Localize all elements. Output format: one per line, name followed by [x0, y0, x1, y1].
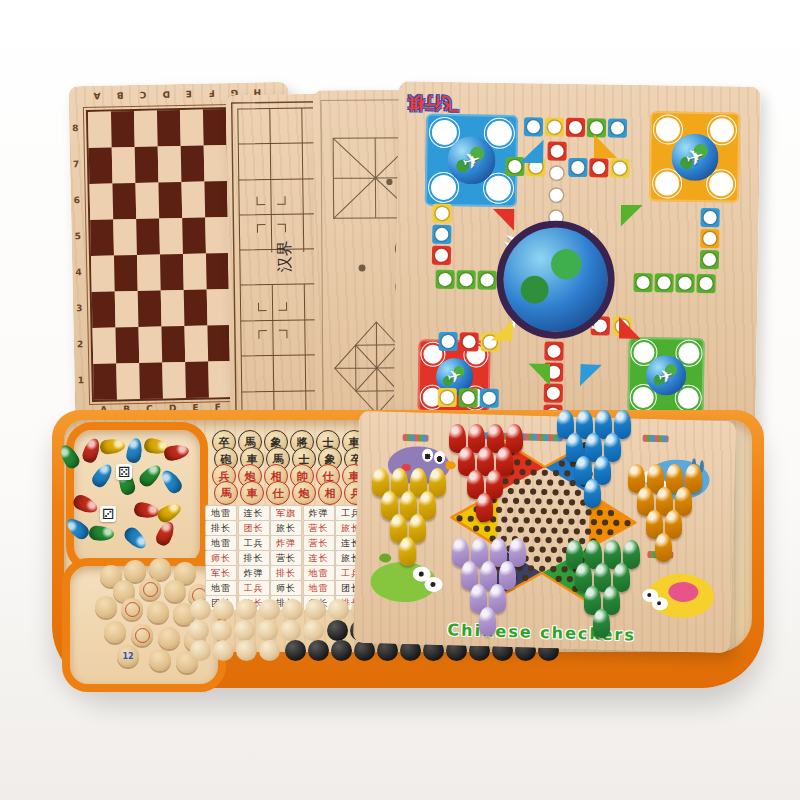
- track-cell: [544, 342, 563, 361]
- board-hole: [524, 517, 530, 523]
- xiangqi-piece[interactable]: 車: [240, 481, 264, 505]
- track-arrow-icon: ↩: [701, 277, 710, 290]
- track-cell: [587, 118, 606, 137]
- board-hole: [552, 489, 558, 495]
- rank-label: 4: [75, 267, 81, 277]
- track-cell: [459, 388, 478, 407]
- track-circle: [483, 392, 496, 405]
- track-cell: [432, 225, 451, 244]
- track-triangle: [620, 205, 642, 227]
- board-hole: [574, 528, 580, 534]
- track-circle: [571, 161, 584, 174]
- army-chess-tile[interactable]: 地雷: [205, 580, 237, 596]
- base-circle: [431, 175, 456, 200]
- board-hole: [524, 498, 530, 504]
- track-triangle: [594, 134, 618, 158]
- peg-orange[interactable]: [655, 533, 672, 562]
- track-circle: [527, 120, 540, 133]
- track-cell: [608, 118, 627, 137]
- stone-tan[interactable]: [213, 640, 234, 661]
- stone-tan[interactable]: [236, 640, 257, 661]
- scene: ABCDEFGH ABCDEFGH 87654321 汉界: [0, 0, 800, 800]
- base-circle: [486, 176, 511, 201]
- track-circle: [463, 335, 476, 348]
- army-chess-tile[interactable]: 营长: [303, 520, 335, 536]
- board-hole: [534, 537, 540, 543]
- wooden-cylinder-piece[interactable]: [124, 560, 146, 582]
- square-a3[interactable]: [92, 291, 116, 327]
- square-e6[interactable]: [181, 182, 205, 218]
- board-hole: [539, 566, 545, 572]
- square-b6[interactable]: [112, 183, 136, 219]
- square-d4[interactable]: [160, 254, 184, 290]
- flying-base-top-left: ✈: [425, 114, 518, 207]
- square-e5[interactable]: [182, 218, 206, 254]
- square-a7[interactable]: [89, 147, 113, 183]
- board-hole: [518, 507, 524, 513]
- square-b4[interactable]: [114, 255, 138, 291]
- track-circle: [704, 211, 717, 224]
- board-hole: [546, 518, 552, 524]
- rank-label: 8: [72, 123, 78, 133]
- file-label: D: [162, 89, 170, 99]
- peg-green[interactable]: [593, 609, 610, 638]
- stone-tan[interactable]: [259, 640, 280, 661]
- track-cell: [545, 117, 564, 136]
- army-chess-tile[interactable]: 军旗: [270, 505, 302, 521]
- army-chess-tile[interactable]: 地雷: [205, 535, 237, 551]
- army-chess-tile[interactable]: 排长: [270, 565, 302, 581]
- board-hole: [530, 488, 536, 494]
- xiangqi-piece[interactable]: 馬: [214, 481, 238, 505]
- army-chess-tile[interactable]: 连长: [303, 550, 335, 566]
- base-circle: [678, 388, 699, 409]
- square-a4[interactable]: [91, 255, 115, 291]
- track-cell: [566, 118, 585, 137]
- track-cell: [544, 383, 563, 402]
- army-chess-tile[interactable]: 连长: [238, 505, 270, 521]
- rank-label: 7: [73, 159, 79, 169]
- stone-black[interactable]: [285, 640, 306, 661]
- wooden-cylinder-piece[interactable]: [158, 627, 180, 649]
- army-chess-tile[interactable]: 工兵: [238, 580, 270, 596]
- rank-label: 6: [74, 195, 80, 205]
- square-b1[interactable]: [116, 363, 140, 399]
- flying-base-bottom-right: ✈: [628, 337, 705, 414]
- track-circle: [547, 387, 560, 400]
- square-a1[interactable]: [93, 363, 117, 399]
- army-chess-tile[interactable]: 营长: [303, 535, 335, 551]
- board-hole: [529, 527, 535, 533]
- stone-tan[interactable]: [259, 599, 280, 620]
- plane-icon: ✈: [682, 142, 707, 171]
- army-chess-tile[interactable]: 军长: [205, 565, 237, 581]
- flying-chess-board[interactable]: 飞行棋 ✈✈✈✈↓↩↑➤➤➤➤✈✈✈✈ Flying chess: [393, 81, 760, 429]
- board-hole: [547, 479, 553, 485]
- stone-tan[interactable]: [303, 620, 324, 641]
- board-hole: [502, 497, 508, 503]
- track-circle: [550, 189, 563, 202]
- stone-tan[interactable]: [236, 599, 257, 620]
- base-circle: [710, 118, 734, 142]
- square-f3[interactable]: [207, 289, 231, 325]
- square-c8[interactable]: [134, 110, 158, 146]
- square-e2[interactable]: [184, 325, 208, 361]
- square-e1[interactable]: [185, 361, 209, 397]
- stone-tan[interactable]: [305, 599, 326, 620]
- track-triangle: [580, 364, 602, 386]
- square-c3[interactable]: [138, 290, 162, 326]
- wooden-cylinder-piece[interactable]: [121, 598, 143, 620]
- stone-black[interactable]: [331, 640, 352, 661]
- track-circle: [548, 121, 561, 134]
- wooden-cylinder-piece[interactable]: 12: [117, 645, 139, 667]
- board-hole: [580, 519, 586, 525]
- square-b5[interactable]: [113, 219, 137, 255]
- flying-chess-track: ✈✈✈✈↓↩↑➤➤➤➤✈✈✈✈: [399, 81, 761, 87]
- wooden-cylinder-piece[interactable]: [95, 596, 117, 618]
- wooden-cylinder-piece[interactable]: [104, 621, 126, 643]
- stone-tan[interactable]: [282, 599, 303, 620]
- wooden-cylinder-piece[interactable]: [164, 580, 186, 602]
- board-hole: [540, 546, 546, 552]
- track-cell: [700, 229, 719, 248]
- track-circle: [678, 277, 691, 290]
- square-c1[interactable]: [139, 362, 163, 398]
- board-hole: [536, 479, 542, 485]
- logo-mark: [643, 435, 669, 443]
- army-chess-tile[interactable]: 炸弹: [270, 535, 302, 551]
- wooden-cylinder-piece[interactable]: [139, 578, 161, 600]
- river-text: 汉界: [275, 240, 294, 272]
- red-stamp: [143, 582, 158, 597]
- square-b8[interactable]: [111, 111, 135, 147]
- army-chess-tile[interactable]: 地雷: [303, 580, 335, 596]
- track-cell: [589, 158, 608, 177]
- stone-tan[interactable]: [190, 640, 211, 661]
- chess-ranks: 87654321: [72, 110, 84, 398]
- board-hole: [551, 527, 557, 533]
- square-c7[interactable]: [135, 146, 159, 182]
- track-triangle: [519, 139, 543, 163]
- board-hole: [552, 508, 558, 514]
- logo-mark: [402, 434, 428, 442]
- track-circle: [636, 276, 649, 289]
- file-label: F: [208, 88, 214, 98]
- base-circle: [633, 387, 654, 408]
- square-f5[interactable]: [205, 217, 229, 253]
- board-hole: [545, 537, 551, 543]
- board-hole: [569, 499, 575, 505]
- square-c4[interactable]: [137, 254, 161, 290]
- peg-yellow[interactable]: [399, 537, 416, 566]
- earth-icon: ✈: [447, 136, 496, 185]
- board-hole: [558, 499, 564, 505]
- rank-label: 3: [76, 303, 82, 313]
- track-circle: [508, 160, 521, 173]
- file-label: E: [186, 89, 192, 99]
- board-hole: [556, 556, 562, 562]
- die[interactable]: ⚄: [116, 464, 132, 480]
- xiangqi-piece[interactable]: 相: [318, 481, 342, 505]
- square-a6[interactable]: [89, 183, 113, 219]
- square-d8[interactable]: [157, 110, 181, 146]
- base-circle: [487, 121, 512, 146]
- army-chess-tile[interactable]: 排长: [238, 550, 270, 566]
- track-cell: [524, 117, 543, 136]
- track-cell: [432, 246, 451, 265]
- board-hole: [519, 488, 525, 494]
- square-a8[interactable]: [88, 111, 112, 147]
- earth-icon: ✈: [671, 133, 719, 181]
- board-hole: [513, 498, 519, 504]
- track-cell: [438, 332, 457, 351]
- track-circle: [438, 273, 451, 286]
- xiangqi-piece[interactable]: 炮: [292, 481, 316, 505]
- board-hole: [508, 488, 514, 494]
- board-hole: [546, 499, 552, 505]
- square-f6[interactable]: [204, 181, 228, 217]
- army-chess-tile[interactable]: 地雷: [205, 505, 237, 521]
- stone-tan[interactable]: [190, 599, 211, 620]
- square-e8[interactable]: [180, 110, 204, 146]
- track-circle: [590, 121, 603, 134]
- square-f2[interactable]: [207, 325, 231, 361]
- track-circle: [550, 167, 563, 180]
- army-chess-tile[interactable]: 旅长: [270, 520, 302, 536]
- board-hole: [551, 547, 557, 553]
- flying-base-top-right: ✈: [649, 111, 740, 202]
- board-hole: [574, 509, 580, 515]
- square-f4[interactable]: [206, 253, 230, 289]
- square-b7[interactable]: [112, 147, 136, 183]
- army-chess-tile[interactable]: 团长: [238, 520, 270, 536]
- base-circle: [678, 343, 699, 364]
- square-d5[interactable]: [159, 218, 183, 254]
- rank-label: 2: [77, 339, 83, 349]
- board-hole: [529, 508, 535, 514]
- board-hole: [568, 518, 574, 524]
- track-cell: [654, 273, 673, 292]
- file-label: A: [94, 91, 101, 101]
- stone-black[interactable]: [308, 640, 329, 661]
- square-c5[interactable]: [136, 218, 160, 254]
- track-circle: [611, 122, 624, 135]
- board-hole: [575, 490, 581, 496]
- board-hole: [562, 528, 568, 534]
- track-arrow-icon: ↓: [552, 145, 561, 158]
- numbered-piece-label: 12: [122, 652, 133, 661]
- board-hole: [564, 489, 570, 495]
- board-hole: [501, 516, 507, 522]
- track-circle: [436, 207, 449, 220]
- red-stamp: [125, 602, 140, 617]
- track-cell: [459, 332, 478, 351]
- board-hole: [545, 556, 551, 562]
- wooden-cylinder-piece[interactable]: [149, 558, 171, 580]
- board-hole: [540, 527, 546, 533]
- army-chess-tile[interactable]: 排长: [205, 520, 237, 536]
- track-cell: [432, 204, 451, 223]
- square-c2[interactable]: [138, 326, 162, 362]
- square-a5[interactable]: [90, 219, 114, 255]
- track-circle: [703, 232, 716, 245]
- track-cell: [435, 270, 454, 289]
- square-d1[interactable]: [162, 362, 186, 398]
- board-hole: [541, 489, 547, 495]
- plane-icon: ✈: [459, 146, 484, 175]
- track-circle: [459, 273, 472, 286]
- track-cell: [480, 388, 499, 407]
- track-cell: [568, 158, 587, 177]
- wooden-cylinder-piece[interactable]: [131, 624, 153, 646]
- file-label: C: [140, 90, 147, 100]
- board-hole: [557, 537, 563, 543]
- stone-tan[interactable]: [257, 620, 278, 641]
- track-cell: [610, 159, 629, 178]
- board-hole: [535, 517, 541, 523]
- square-f7[interactable]: [204, 145, 228, 181]
- base-circle: [656, 117, 680, 141]
- track-circle: [442, 335, 455, 348]
- cartoon-chick: [640, 567, 721, 623]
- square-d3[interactable]: [161, 290, 185, 326]
- board-hole: [534, 556, 540, 562]
- rank-label: 1: [77, 375, 83, 385]
- wooden-cylinder-piece[interactable]: [149, 649, 171, 671]
- track-cell: [675, 274, 694, 293]
- track-cell: [477, 270, 496, 289]
- track-circle: [569, 121, 582, 134]
- army-chess-tile[interactable]: 师长: [205, 550, 237, 566]
- board-hole: [528, 546, 534, 552]
- board-hole: [506, 526, 512, 532]
- army-chess-tile[interactable]: 炸弹: [238, 565, 270, 581]
- stone-tan[interactable]: [328, 599, 349, 620]
- die[interactable]: ⚂: [100, 506, 116, 522]
- square-b2[interactable]: [115, 327, 139, 363]
- track-cell: [505, 157, 524, 176]
- stone-tan[interactable]: [213, 599, 234, 620]
- board-hole: [535, 498, 541, 504]
- square-e7[interactable]: [181, 146, 205, 182]
- square-e4[interactable]: [183, 253, 207, 289]
- stone-tan[interactable]: [211, 620, 232, 641]
- board-hole: [558, 480, 564, 486]
- track-circle: [703, 253, 716, 266]
- square-a2[interactable]: [92, 327, 116, 363]
- track-circle: [435, 249, 448, 262]
- square-f8[interactable]: [203, 109, 227, 145]
- file-label: B: [117, 90, 124, 100]
- track-circle: [480, 273, 493, 286]
- board-hole: [557, 518, 563, 524]
- stone-tan[interactable]: [188, 620, 209, 641]
- board-hole: [512, 517, 518, 523]
- stone-tan[interactable]: [234, 620, 255, 641]
- army-chess-tile[interactable]: 营长: [270, 550, 302, 566]
- board-hole: [541, 508, 547, 514]
- track-circle: [592, 161, 605, 174]
- track-circle: [657, 276, 670, 289]
- army-chess-tile[interactable]: 工兵: [238, 535, 270, 551]
- stone-tan[interactable]: [280, 620, 301, 641]
- wooden-cylinder-piece[interactable]: [147, 601, 169, 623]
- rank-label: 5: [74, 231, 80, 241]
- square-b3[interactable]: [115, 291, 139, 327]
- army-chess-tile[interactable]: 炸弹: [303, 505, 335, 521]
- board-hole: [542, 470, 548, 476]
- army-chess-tile[interactable]: 地雷: [303, 565, 335, 581]
- plane-icon: ✈: [656, 363, 677, 388]
- track-cell: [700, 208, 719, 227]
- track-circle: [441, 391, 454, 404]
- peg-red[interactable]: [476, 493, 493, 522]
- track-cell: [547, 164, 566, 183]
- track-circle: [462, 391, 475, 404]
- track-cell: [438, 388, 457, 407]
- peg-blue[interactable]: [584, 479, 601, 508]
- square-d7[interactable]: [158, 146, 182, 182]
- square-e3[interactable]: [184, 289, 208, 325]
- base-circle: [432, 120, 457, 145]
- track-cell: [547, 186, 566, 205]
- plane-icon: ✈: [444, 364, 464, 387]
- peg-lavender[interactable]: [479, 607, 496, 636]
- track-cell: [633, 273, 652, 292]
- red-stamp: [135, 628, 150, 643]
- track-triangle: [528, 363, 550, 385]
- track-cell: ↩: [696, 274, 715, 293]
- board-hole: [518, 527, 524, 533]
- track-circle: [435, 228, 448, 241]
- stone-black[interactable]: [327, 620, 348, 641]
- board-hole: [563, 509, 569, 515]
- board-hole: [507, 507, 513, 513]
- army-chess-tile[interactable]: 师长: [270, 580, 302, 596]
- xiangqi-piece[interactable]: 仕: [266, 481, 290, 505]
- base-circle: [709, 172, 733, 196]
- board-hole: [525, 479, 531, 485]
- track-cell: [456, 270, 475, 289]
- square-d2[interactable]: [161, 326, 185, 362]
- square-c6[interactable]: [135, 182, 159, 218]
- base-circle: [655, 171, 679, 195]
- track-circle: [613, 162, 626, 175]
- square-d6[interactable]: [158, 182, 182, 218]
- track-cell: ↓: [547, 142, 566, 161]
- flying-chess-title: 飞行棋: [407, 91, 458, 115]
- track-circle: [547, 345, 560, 358]
- track-cell: [700, 250, 719, 269]
